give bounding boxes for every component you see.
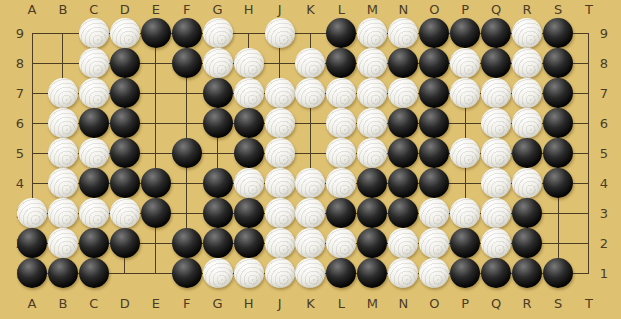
- row-label: 4: [16, 177, 24, 190]
- col-label: G: [213, 3, 223, 16]
- col-label: C: [89, 3, 98, 16]
- black-stone: [141, 18, 171, 48]
- white-stone: [512, 78, 542, 108]
- col-label: C: [89, 297, 98, 310]
- col-label: A: [28, 297, 37, 310]
- black-stone: [234, 198, 264, 228]
- col-label: D: [120, 3, 130, 16]
- black-stone: [234, 228, 264, 258]
- black-stone: [79, 228, 109, 258]
- white-stone: [295, 78, 325, 108]
- white-stone: [357, 48, 387, 78]
- col-label: K: [306, 297, 315, 310]
- white-stone: [481, 198, 511, 228]
- white-stone: [79, 138, 109, 168]
- white-stone: [419, 198, 449, 228]
- black-stone: [326, 258, 356, 288]
- white-stone: [295, 228, 325, 258]
- col-label: E: [152, 3, 160, 16]
- white-stone: [234, 258, 264, 288]
- black-stone: [543, 18, 573, 48]
- white-stone: [481, 168, 511, 198]
- black-stone: [357, 168, 387, 198]
- black-stone: [388, 108, 418, 138]
- white-stone: [203, 48, 233, 78]
- white-stone: [234, 78, 264, 108]
- white-stone: [110, 198, 140, 228]
- black-stone: [234, 108, 264, 138]
- white-stone: [481, 108, 511, 138]
- black-stone: [543, 78, 573, 108]
- col-label: M: [367, 297, 378, 310]
- white-stone: [450, 138, 480, 168]
- white-stone: [481, 138, 511, 168]
- black-stone: [110, 168, 140, 198]
- white-stone: [481, 78, 511, 108]
- white-stone: [419, 258, 449, 288]
- black-stone: [326, 48, 356, 78]
- col-label: Q: [491, 3, 501, 16]
- white-stone: [326, 168, 356, 198]
- white-stone: [48, 198, 78, 228]
- white-stone: [79, 18, 109, 48]
- row-label: 9: [600, 27, 608, 40]
- black-stone: [79, 108, 109, 138]
- col-label: F: [183, 3, 190, 16]
- col-label: S: [554, 297, 562, 310]
- white-stone: [79, 48, 109, 78]
- row-label: 5: [16, 147, 24, 160]
- col-label: O: [429, 297, 439, 310]
- black-stone: [543, 138, 573, 168]
- col-label: T: [585, 3, 593, 16]
- row-label: 7: [16, 87, 24, 100]
- row-label: 5: [600, 147, 608, 160]
- row-label: 2: [600, 237, 608, 250]
- col-label: N: [398, 3, 408, 16]
- white-stone: [203, 18, 233, 48]
- white-stone: [295, 258, 325, 288]
- black-stone: [172, 48, 202, 78]
- black-stone: [17, 228, 47, 258]
- col-label: P: [461, 3, 469, 16]
- row-label: 8: [600, 57, 608, 70]
- black-stone: [543, 168, 573, 198]
- col-label: L: [338, 3, 345, 16]
- black-stone: [48, 258, 78, 288]
- black-stone: [450, 18, 480, 48]
- row-label: 8: [16, 57, 24, 70]
- black-stone: [110, 48, 140, 78]
- white-stone: [234, 168, 264, 198]
- white-stone: [265, 198, 295, 228]
- black-stone: [326, 18, 356, 48]
- white-stone: [265, 168, 295, 198]
- white-stone: [326, 138, 356, 168]
- white-stone: [265, 18, 295, 48]
- col-label: P: [461, 297, 469, 310]
- white-stone: [450, 198, 480, 228]
- black-stone: [419, 138, 449, 168]
- white-stone: [326, 78, 356, 108]
- black-stone: [543, 258, 573, 288]
- col-label: R: [523, 3, 532, 16]
- col-label: N: [398, 297, 408, 310]
- white-stone: [388, 228, 418, 258]
- col-label: D: [120, 297, 130, 310]
- white-stone: [512, 108, 542, 138]
- white-stone: [450, 78, 480, 108]
- white-stone: [326, 108, 356, 138]
- white-stone: [234, 48, 264, 78]
- black-stone: [450, 258, 480, 288]
- white-stone: [388, 258, 418, 288]
- black-stone: [388, 198, 418, 228]
- black-stone: [419, 48, 449, 78]
- white-stone: [79, 198, 109, 228]
- black-stone: [543, 48, 573, 78]
- col-label: L: [338, 297, 345, 310]
- white-stone: [357, 108, 387, 138]
- row-label: 1: [600, 267, 608, 280]
- black-stone: [203, 198, 233, 228]
- white-stone: [48, 168, 78, 198]
- black-stone: [419, 108, 449, 138]
- black-stone: [512, 228, 542, 258]
- white-stone: [388, 78, 418, 108]
- col-label: F: [183, 297, 190, 310]
- black-stone: [203, 78, 233, 108]
- col-label: M: [367, 3, 378, 16]
- row-label: 6: [600, 117, 608, 130]
- black-stone: [141, 168, 171, 198]
- white-stone: [48, 108, 78, 138]
- white-stone: [357, 18, 387, 48]
- col-label: E: [152, 297, 160, 310]
- white-stone: [512, 18, 542, 48]
- black-stone: [512, 198, 542, 228]
- black-stone: [79, 258, 109, 288]
- black-stone: [141, 198, 171, 228]
- black-stone: [357, 228, 387, 258]
- white-stone: [419, 228, 449, 258]
- black-stone: [481, 258, 511, 288]
- white-stone: [481, 228, 511, 258]
- black-stone: [203, 228, 233, 258]
- black-stone: [172, 18, 202, 48]
- white-stone: [265, 108, 295, 138]
- col-label: J: [278, 297, 282, 310]
- white-stone: [512, 48, 542, 78]
- black-stone: [110, 228, 140, 258]
- black-stone: [357, 258, 387, 288]
- white-stone: [48, 138, 78, 168]
- black-stone: [388, 138, 418, 168]
- white-stone: [48, 78, 78, 108]
- black-stone: [512, 258, 542, 288]
- white-stone: [357, 138, 387, 168]
- black-stone: [419, 18, 449, 48]
- black-stone: [172, 228, 202, 258]
- white-stone: [79, 78, 109, 108]
- row-label: 9: [16, 27, 24, 40]
- white-stone: [295, 198, 325, 228]
- white-stone: [265, 138, 295, 168]
- black-stone: [326, 198, 356, 228]
- black-stone: [203, 168, 233, 198]
- white-stone: [203, 258, 233, 288]
- black-stone: [172, 258, 202, 288]
- black-stone: [481, 48, 511, 78]
- black-stone: [388, 48, 418, 78]
- black-stone: [17, 258, 47, 288]
- black-stone: [450, 228, 480, 258]
- white-stone: [265, 258, 295, 288]
- white-stone: [357, 78, 387, 108]
- col-label: T: [585, 297, 593, 310]
- white-stone: [295, 48, 325, 78]
- go-board-screen: ABCDEFGHJKLMNOPQRST ABCDEFGHJKLMNOPQRST …: [0, 0, 621, 319]
- col-label: H: [244, 297, 254, 310]
- black-stone: [110, 138, 140, 168]
- col-label: B: [58, 297, 67, 310]
- row-label: 3: [600, 207, 608, 220]
- black-stone: [234, 138, 264, 168]
- col-label: G: [213, 297, 223, 310]
- black-stone: [79, 168, 109, 198]
- row-label: 7: [600, 87, 608, 100]
- col-label: A: [28, 3, 37, 16]
- white-stone: [265, 78, 295, 108]
- row-label: 4: [600, 177, 608, 190]
- black-stone: [543, 108, 573, 138]
- col-label: K: [306, 3, 315, 16]
- black-stone: [172, 138, 202, 168]
- black-stone: [419, 168, 449, 198]
- col-label: B: [58, 3, 67, 16]
- col-label: R: [523, 297, 532, 310]
- white-stone: [48, 228, 78, 258]
- black-stone: [419, 78, 449, 108]
- black-stone: [203, 108, 233, 138]
- col-label: H: [244, 3, 254, 16]
- col-label: S: [554, 3, 562, 16]
- white-stone: [17, 198, 47, 228]
- black-stone: [388, 168, 418, 198]
- black-stone: [357, 198, 387, 228]
- row-label: 6: [16, 117, 24, 130]
- black-stone: [512, 138, 542, 168]
- col-label: J: [278, 3, 282, 16]
- black-stone: [110, 78, 140, 108]
- black-stone: [481, 18, 511, 48]
- white-stone: [110, 18, 140, 48]
- black-stone: [110, 108, 140, 138]
- white-stone: [388, 18, 418, 48]
- col-label: O: [429, 3, 439, 16]
- col-label: Q: [491, 297, 501, 310]
- white-stone: [265, 228, 295, 258]
- white-stone: [295, 168, 325, 198]
- white-stone: [512, 168, 542, 198]
- white-stone: [450, 48, 480, 78]
- white-stone: [326, 228, 356, 258]
